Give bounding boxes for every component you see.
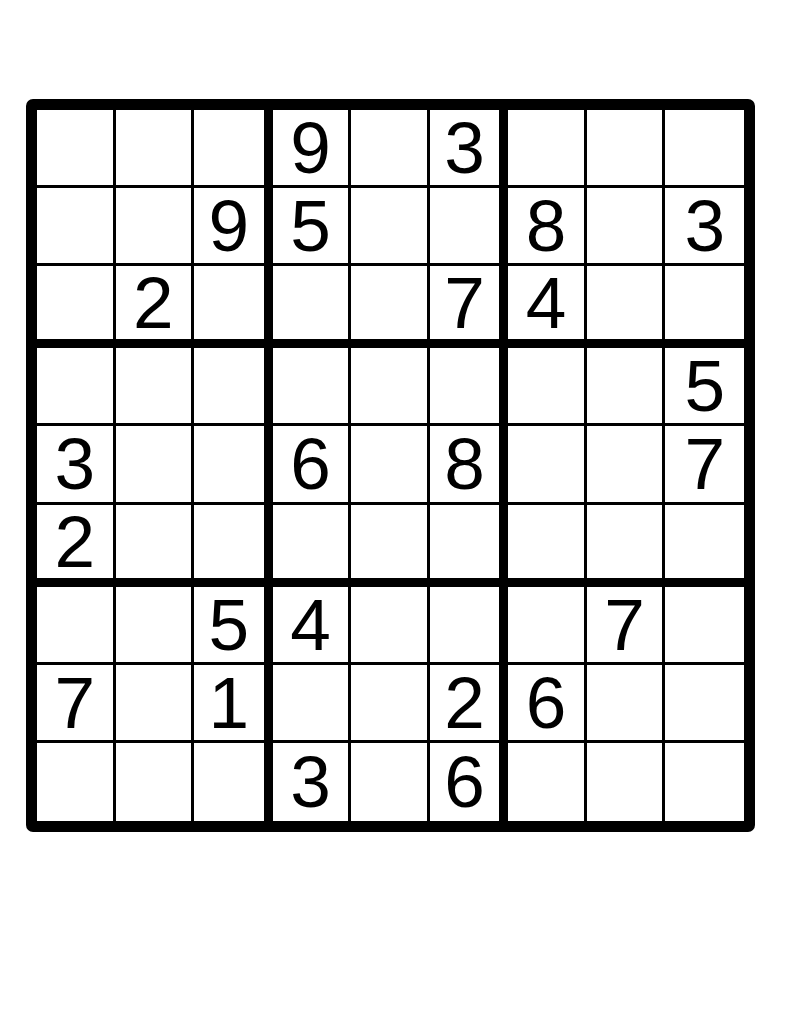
cell-r8c2[interactable]	[116, 665, 195, 743]
cell-r4c2[interactable]	[116, 348, 195, 426]
cell-r7c8[interactable]: 7	[587, 587, 666, 665]
cell-r2c8[interactable]	[587, 188, 666, 266]
cell-r3c2[interactable]: 2	[116, 266, 195, 348]
cell-r3c8[interactable]	[587, 266, 666, 348]
cell-r9c6[interactable]: 6	[430, 743, 509, 821]
cell-r6c7[interactable]	[508, 505, 587, 587]
cell-r8c8[interactable]	[587, 665, 666, 743]
cell-r9c4[interactable]: 3	[273, 743, 352, 821]
cell-r6c8[interactable]	[587, 505, 666, 587]
cell-r8c7[interactable]: 6	[508, 665, 587, 743]
cell-r2c5[interactable]	[351, 188, 430, 266]
cell-r7c4[interactable]: 4	[273, 587, 352, 665]
cell-r1c8[interactable]	[587, 110, 666, 188]
cell-r7c5[interactable]	[351, 587, 430, 665]
cell-r4c4[interactable]	[273, 348, 352, 426]
cell-r3c9[interactable]	[665, 266, 744, 348]
cell-r7c2[interactable]	[116, 587, 195, 665]
cell-r6c6[interactable]	[430, 505, 509, 587]
cell-r9c7[interactable]	[508, 743, 587, 821]
cell-r2c1[interactable]	[37, 188, 116, 266]
cell-r9c5[interactable]	[351, 743, 430, 821]
cell-r4c3[interactable]	[194, 348, 273, 426]
cell-r7c1[interactable]	[37, 587, 116, 665]
cell-r1c7[interactable]	[508, 110, 587, 188]
cell-r9c1[interactable]	[37, 743, 116, 821]
cell-r9c9[interactable]	[665, 743, 744, 821]
cell-r4c7[interactable]	[508, 348, 587, 426]
cell-r8c9[interactable]	[665, 665, 744, 743]
cell-r1c5[interactable]	[351, 110, 430, 188]
cell-r1c4[interactable]: 9	[273, 110, 352, 188]
cell-r1c9[interactable]	[665, 110, 744, 188]
cell-r2c2[interactable]	[116, 188, 195, 266]
cell-r3c7[interactable]: 4	[508, 266, 587, 348]
cell-r6c3[interactable]	[194, 505, 273, 587]
cell-r1c6[interactable]: 3	[430, 110, 509, 188]
cell-r5c7[interactable]	[508, 426, 587, 504]
cell-r3c3[interactable]	[194, 266, 273, 348]
cell-r6c1[interactable]: 2	[37, 505, 116, 587]
cell-r5c8[interactable]	[587, 426, 666, 504]
page: 939583274536872547712636	[0, 0, 792, 1024]
cell-r4c6[interactable]	[430, 348, 509, 426]
cell-r5c4[interactable]: 6	[273, 426, 352, 504]
cell-r6c4[interactable]	[273, 505, 352, 587]
cell-r8c3[interactable]: 1	[194, 665, 273, 743]
cell-r2c6[interactable]	[430, 188, 509, 266]
cell-r8c6[interactable]: 2	[430, 665, 509, 743]
cell-r1c1[interactable]	[37, 110, 116, 188]
cell-r8c5[interactable]	[351, 665, 430, 743]
cell-r3c1[interactable]	[37, 266, 116, 348]
sudoku-board: 939583274536872547712636	[26, 99, 755, 832]
cell-r2c7[interactable]: 8	[508, 188, 587, 266]
cell-r5c3[interactable]	[194, 426, 273, 504]
cell-r6c5[interactable]	[351, 505, 430, 587]
cell-r3c6[interactable]: 7	[430, 266, 509, 348]
cell-r5c2[interactable]	[116, 426, 195, 504]
cell-r3c4[interactable]	[273, 266, 352, 348]
cell-r9c8[interactable]	[587, 743, 666, 821]
cell-r1c3[interactable]	[194, 110, 273, 188]
cell-r5c6[interactable]: 8	[430, 426, 509, 504]
cell-r2c4[interactable]: 5	[273, 188, 352, 266]
cell-r7c6[interactable]	[430, 587, 509, 665]
cell-r8c4[interactable]	[273, 665, 352, 743]
cell-r5c5[interactable]	[351, 426, 430, 504]
cell-r8c1[interactable]: 7	[37, 665, 116, 743]
cell-r2c9[interactable]: 3	[665, 188, 744, 266]
cell-r6c9[interactable]	[665, 505, 744, 587]
cell-r9c3[interactable]	[194, 743, 273, 821]
cell-r7c3[interactable]: 5	[194, 587, 273, 665]
cell-r5c9[interactable]: 7	[665, 426, 744, 504]
cell-r4c1[interactable]	[37, 348, 116, 426]
cell-r6c2[interactable]	[116, 505, 195, 587]
cell-r7c7[interactable]	[508, 587, 587, 665]
cell-r2c3[interactable]: 9	[194, 188, 273, 266]
cell-r3c5[interactable]	[351, 266, 430, 348]
cell-r9c2[interactable]	[116, 743, 195, 821]
cell-r1c2[interactable]	[116, 110, 195, 188]
cell-r4c9[interactable]: 5	[665, 348, 744, 426]
cell-r4c8[interactable]	[587, 348, 666, 426]
cell-r7c9[interactable]	[665, 587, 744, 665]
cell-r5c1[interactable]: 3	[37, 426, 116, 504]
cell-r4c5[interactable]	[351, 348, 430, 426]
